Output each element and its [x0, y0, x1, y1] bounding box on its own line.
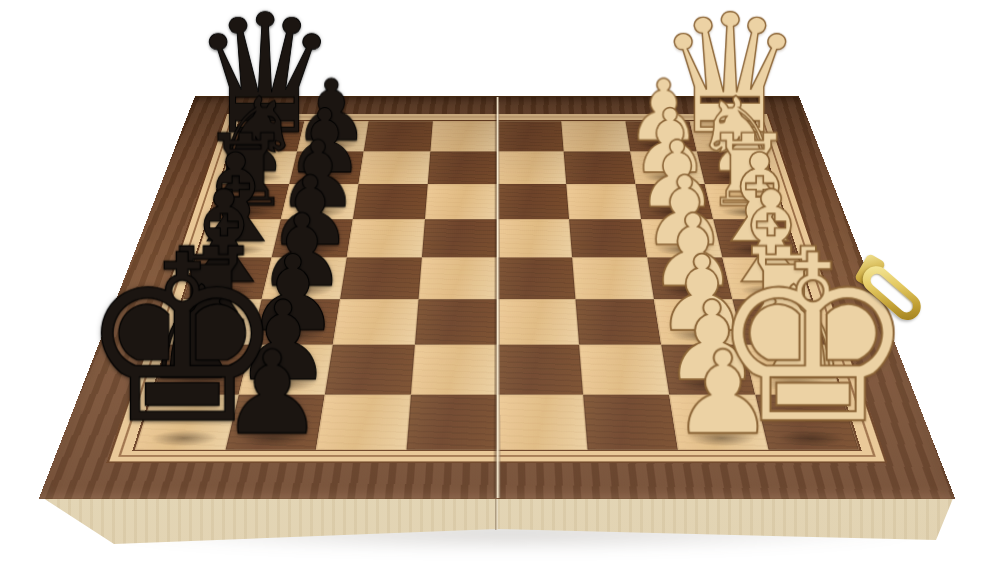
square	[497, 395, 588, 450]
square	[340, 258, 422, 300]
square	[564, 151, 636, 184]
square	[425, 184, 497, 219]
square	[406, 395, 497, 450]
chess-board: ♛♟♟♛♞♟♟♞♜♟♟♜♝♟♟♝♝♟♟♝♜♟♟♜♞♟♟♞♚♟♟♚	[39, 96, 956, 499]
fold-seam	[493, 97, 501, 499]
square: ♟	[225, 395, 324, 450]
square	[575, 299, 661, 345]
product-photo-stage: ♛♟♟♛♞♟♟♞♜♟♟♜♝♟♟♝♝♟♟♝♜♟♟♜♞♟♟♞♚♟♟♚	[0, 0, 1000, 582]
square	[497, 219, 572, 257]
square	[325, 345, 415, 395]
square	[497, 258, 575, 300]
square	[316, 395, 411, 450]
square	[497, 345, 583, 395]
square	[353, 184, 428, 219]
square	[422, 219, 497, 257]
square	[561, 121, 630, 151]
square	[569, 219, 647, 257]
square	[579, 345, 669, 395]
square	[497, 299, 579, 345]
square	[419, 258, 497, 300]
square	[430, 121, 497, 151]
square	[497, 121, 564, 151]
square	[583, 395, 678, 450]
square	[415, 299, 497, 345]
square	[572, 258, 654, 300]
square	[428, 151, 497, 184]
square: ♟	[669, 395, 768, 450]
square	[497, 151, 566, 184]
square	[347, 219, 425, 257]
latch-loop	[857, 261, 926, 326]
square	[333, 299, 419, 345]
square	[566, 184, 641, 219]
square	[364, 121, 433, 151]
board-frame: ♛♟♟♛♞♟♟♞♜♟♟♜♝♟♟♝♝♟♟♝♜♟♟♜♞♟♟♞♚♟♟♚	[39, 96, 956, 499]
piece-black-pawn: ♟	[220, 341, 323, 445]
brass-latch	[852, 246, 948, 336]
piece-white-pawn: ♟	[671, 341, 774, 445]
square	[411, 345, 497, 395]
square	[497, 184, 569, 219]
square	[359, 151, 431, 184]
